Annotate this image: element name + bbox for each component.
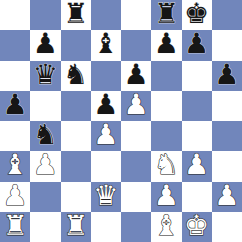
square-d6[interactable] [91,61,121,91]
square-d1[interactable] [91,212,121,242]
square-f5[interactable] [151,91,181,121]
square-d7[interactable]: ♝ [91,30,121,60]
square-c7[interactable] [61,30,91,60]
square-f7[interactable]: ♟ [151,30,181,60]
square-f2[interactable]: ♟ [151,182,181,212]
square-a5[interactable]: ♟ [0,91,30,121]
square-e2[interactable] [121,182,151,212]
square-c6[interactable]: ♞ [61,61,91,91]
square-c4[interactable] [61,121,91,151]
square-h4[interactable] [212,121,242,151]
piece-black-knight[interactable]: ♞ [63,61,88,90]
piece-white-bishop[interactable]: ♝ [154,212,179,241]
square-a3[interactable]: ♝ [0,151,30,181]
piece-black-rook[interactable]: ♜ [63,0,88,29]
square-g6[interactable] [182,61,212,91]
piece-black-pawn[interactable]: ♟ [154,30,179,59]
square-a6[interactable] [0,61,30,91]
square-h6[interactable]: ♟ [212,61,242,91]
piece-black-pawn[interactable]: ♟ [3,91,28,120]
piece-black-pawn[interactable]: ♟ [184,30,209,59]
piece-white-pawn[interactable]: ♟ [124,91,149,120]
square-e3[interactable] [121,151,151,181]
square-c3[interactable] [61,151,91,181]
piece-black-knight[interactable]: ♞ [33,121,58,150]
square-a2[interactable]: ♟ [0,182,30,212]
square-c1[interactable]: ♜ [61,212,91,242]
piece-black-queen[interactable]: ♛ [33,61,58,90]
square-a7[interactable] [0,30,30,60]
square-g8[interactable]: ♚ [182,0,212,30]
square-f3[interactable]: ♞ [151,151,181,181]
square-d8[interactable] [91,0,121,30]
square-f8[interactable]: ♜ [151,0,181,30]
square-b6[interactable]: ♛ [30,61,60,91]
piece-black-pawn[interactable]: ♟ [93,91,118,120]
square-e6[interactable]: ♟ [121,61,151,91]
piece-black-pawn[interactable]: ♟ [33,30,58,59]
piece-white-pawn[interactable]: ♟ [154,182,179,211]
piece-white-king[interactable]: ♚ [184,212,209,241]
square-c2[interactable] [61,182,91,212]
square-e1[interactable] [121,212,151,242]
square-f4[interactable] [151,121,181,151]
square-f1[interactable]: ♝ [151,212,181,242]
square-c8[interactable]: ♜ [61,0,91,30]
square-d3[interactable] [91,151,121,181]
square-b2[interactable] [30,182,60,212]
piece-black-pawn[interactable]: ♟ [124,61,149,90]
square-g1[interactable]: ♚ [182,212,212,242]
piece-black-king[interactable]: ♚ [184,0,209,29]
square-f6[interactable] [151,61,181,91]
square-h7[interactable] [212,30,242,60]
square-d5[interactable]: ♟ [91,91,121,121]
square-d2[interactable]: ♛ [91,182,121,212]
square-h5[interactable] [212,91,242,121]
piece-black-rook[interactable]: ♜ [154,0,179,29]
square-g3[interactable]: ♟ [182,151,212,181]
piece-white-pawn[interactable]: ♟ [184,151,209,180]
square-c5[interactable] [61,91,91,121]
square-a8[interactable] [0,0,30,30]
square-b7[interactable]: ♟ [30,30,60,60]
piece-white-pawn[interactable]: ♟ [3,182,28,211]
piece-white-knight[interactable]: ♞ [154,151,179,180]
square-b3[interactable]: ♟ [30,151,60,181]
square-b5[interactable] [30,91,60,121]
square-h8[interactable] [212,0,242,30]
piece-black-pawn[interactable]: ♟ [214,61,239,90]
square-a4[interactable] [0,121,30,151]
piece-white-pawn[interactable]: ♟ [93,121,118,150]
square-g7[interactable]: ♟ [182,30,212,60]
piece-white-rook[interactable]: ♜ [63,212,88,241]
square-h1[interactable] [212,212,242,242]
piece-white-pawn[interactable]: ♟ [214,182,239,211]
square-b4[interactable]: ♞ [30,121,60,151]
square-g4[interactable] [182,121,212,151]
square-d4[interactable]: ♟ [91,121,121,151]
piece-white-pawn[interactable]: ♟ [33,151,58,180]
square-g5[interactable] [182,91,212,121]
piece-black-bishop[interactable]: ♝ [93,30,118,59]
square-e7[interactable] [121,30,151,60]
square-e5[interactable]: ♟ [121,91,151,121]
square-e8[interactable] [121,0,151,30]
square-h3[interactable] [212,151,242,181]
square-b8[interactable] [30,0,60,30]
chess-board: ♜♜♚♟♝♟♟♛♞♟♟♟♟♟♞♟♝♟♞♟♟♛♟♟♜♜♝♚ [0,0,242,242]
square-h2[interactable]: ♟ [212,182,242,212]
square-a1[interactable]: ♜ [0,212,30,242]
square-e4[interactable] [121,121,151,151]
square-b1[interactable] [30,212,60,242]
piece-white-bishop[interactable]: ♝ [3,151,28,180]
piece-white-rook[interactable]: ♜ [3,212,28,241]
square-g2[interactable] [182,182,212,212]
piece-white-queen[interactable]: ♛ [93,182,118,211]
